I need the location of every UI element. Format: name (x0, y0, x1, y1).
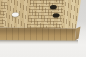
goban-photo: ● ● ● (0, 0, 86, 57)
board-grid[interactable]: ● ● ● (0, 0, 86, 32)
stone-black-1[interactable]: ● (52, 5, 55, 7)
stone-white[interactable]: ● (14, 13, 17, 15)
stone-black-2[interactable]: ● (55, 13, 58, 15)
